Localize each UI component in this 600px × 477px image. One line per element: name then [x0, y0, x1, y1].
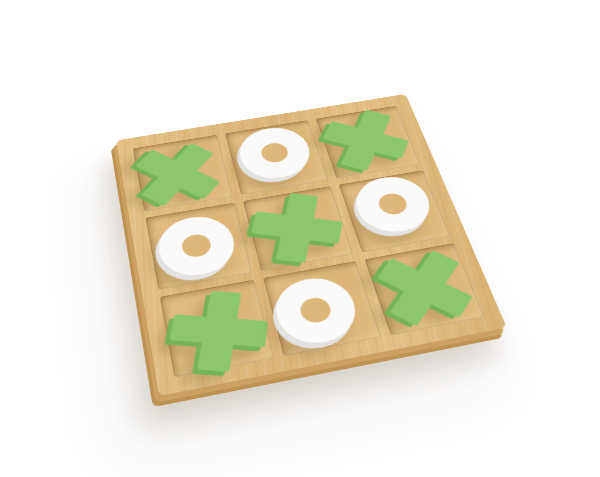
o-piece[interactable] [234, 123, 317, 183]
x-piece[interactable] [245, 190, 346, 267]
cell-r0c1[interactable] [225, 120, 328, 195]
x-piece[interactable] [314, 103, 417, 178]
x-bar-vertical [275, 193, 317, 263]
x-bar-vertical [196, 291, 240, 372]
cell-r1c0[interactable] [146, 203, 253, 289]
cell-r0c2[interactable] [316, 106, 421, 179]
o-piece[interactable] [269, 273, 364, 350]
o-piece[interactable] [349, 172, 439, 238]
product-photo-background [0, 0, 600, 477]
cell-r2c2[interactable] [364, 243, 484, 335]
x-piece[interactable] [362, 238, 487, 340]
tic-tac-toe-board [116, 94, 507, 396]
cell-r2c0[interactable] [160, 279, 275, 377]
o-piece[interactable] [153, 212, 240, 282]
cell-r1c1[interactable] [243, 186, 353, 270]
x-piece[interactable] [164, 289, 271, 375]
cell-r2c1[interactable] [263, 261, 381, 356]
cell-r1c2[interactable] [339, 170, 451, 252]
cell-r0c0[interactable] [133, 135, 233, 212]
